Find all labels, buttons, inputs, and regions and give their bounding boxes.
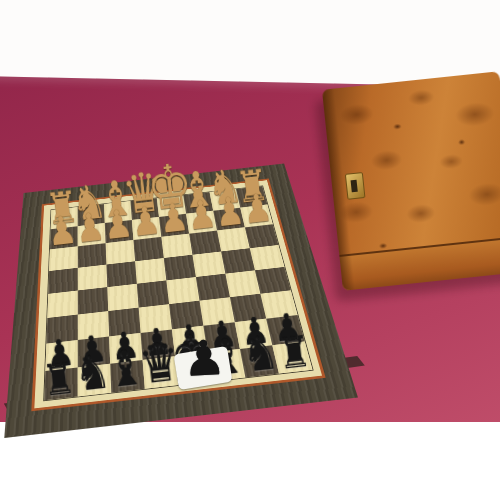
brass-clasp-icon [345,172,366,200]
burr-wood-box [322,71,500,290]
square-r4c7 [255,267,291,294]
square-r5c3 [139,304,172,333]
square-r5c0 [46,315,77,344]
square-r6c2: ♟ [109,333,142,364]
square-r7c1: ♞ [78,364,112,397]
square-r4c4 [166,277,199,304]
square-r4c1 [78,287,108,314]
white-foreground-strip [0,422,500,500]
square-r5c7 [260,290,297,318]
square-r5c2 [108,308,140,337]
square-r6c3: ♟ [141,329,175,360]
square-r6c7: ♟ [266,315,305,345]
square-r7c0: ♜ [44,367,78,400]
square-r6c6: ♟ [235,319,273,349]
square-r4c0 [47,290,77,318]
square-r7c3: ♛ [143,356,179,389]
white-rook-piece: ♜ [233,163,270,209]
square-r5c5 [199,297,234,326]
square-r4c5 [196,274,230,301]
board-frame: ♜♞♝♛♚♝♞♜♟♟♟♟♟♟♟♟♟♟♟♟♟♟♟♟♜♞♝♛♚♝♞♜ [4,163,358,438]
auction-photo-scene: ♜♞♝♛♚♝♞♜♟♟♟♟♟♟♟♟♟♟♟♟♟♟♟♟♜♞♝♛♚♝♞♜ ♟ [0,0,500,500]
square-r5c4 [169,301,203,330]
square-r4c3 [137,280,169,307]
extra-black-piece: ♟ [175,333,233,384]
square-r4c2 [107,284,138,311]
white-rook-piece: ♜ [43,185,80,231]
square-r7c2: ♝ [110,360,145,393]
square-r6c1: ♟ [78,337,110,368]
clasp-slot [351,180,358,193]
square-r7c7: ♜ [272,342,312,374]
square-r6c0: ♟ [45,340,77,371]
square-r5c1 [78,311,109,340]
